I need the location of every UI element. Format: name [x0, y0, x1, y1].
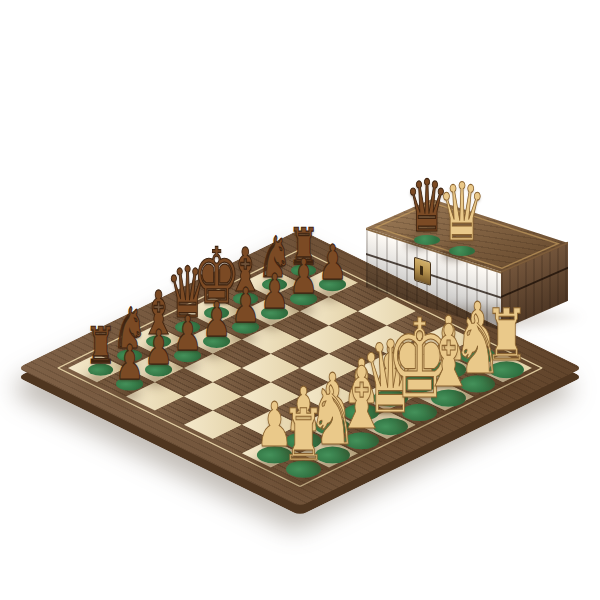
black-pawn-icon: ♟ [289, 253, 318, 301]
black-pawn-icon: ♟ [318, 238, 347, 286]
felt-base [414, 235, 440, 245]
white-rook-icon: ♜ [485, 300, 529, 371]
black-pawn-icon: ♟ [202, 295, 231, 343]
black-pawn-icon: ♟ [260, 267, 289, 315]
light-queen-icon: ♛ [438, 173, 487, 253]
black-pawn-icon: ♟ [173, 309, 202, 357]
chess-set-photo: ♜♞♝♛♚♝♞♜♟♟♟♟♟♟♟♟♟♟♟♟♟♟♟♟♜♞♝♛♚♝♞♜ ♛♛ [0, 0, 600, 600]
black-pawn-icon: ♟ [115, 338, 144, 386]
black-pawn-icon: ♟ [231, 281, 260, 329]
felt-base [449, 246, 475, 256]
black-pawn-icon: ♟ [144, 324, 173, 372]
